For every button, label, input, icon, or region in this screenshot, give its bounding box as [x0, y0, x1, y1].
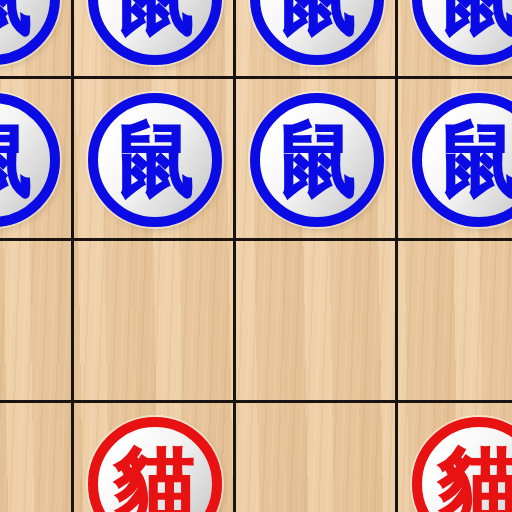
piece-glyph: 鼠 [277, 120, 357, 200]
board-cell-r2c1[interactable] [74, 241, 236, 403]
piece-glyph: 鼠 [439, 0, 512, 38]
piece-glyph: 鼠 [0, 0, 33, 38]
board-cell-r0c0[interactable]: 鼠 [0, 0, 74, 79]
board-cell-r3c1[interactable]: 貓 [74, 403, 236, 512]
board-cell-r0c1[interactable]: 鼠 [74, 0, 236, 79]
board-cell-r2c3[interactable] [398, 241, 512, 403]
piece-glyph: 鼠 [277, 0, 357, 38]
board-cell-r1c2[interactable]: 鼠 [236, 79, 398, 241]
mouse-piece[interactable]: 鼠 [88, 0, 222, 65]
mouse-piece[interactable]: 鼠 [0, 0, 60, 65]
cat-piece[interactable]: 貓 [412, 417, 512, 512]
mouse-piece[interactable]: 鼠 [88, 93, 222, 227]
board-cell-r0c3[interactable]: 鼠 [398, 0, 512, 79]
board-cell-r3c0[interactable] [0, 403, 74, 512]
mouse-piece[interactable]: 鼠 [0, 93, 60, 227]
piece-glyph: 鼠 [115, 0, 195, 38]
board-cell-r1c1[interactable]: 鼠 [74, 79, 236, 241]
board-cell-r2c2[interactable] [236, 241, 398, 403]
mouse-piece[interactable]: 鼠 [250, 93, 384, 227]
piece-glyph: 貓 [115, 444, 195, 512]
board-cell-r1c3[interactable]: 鼠 [398, 79, 512, 241]
board-cell-r2c0[interactable] [0, 241, 74, 403]
mouse-piece[interactable]: 鼠 [412, 0, 512, 65]
cat-piece[interactable]: 貓 [88, 417, 222, 512]
piece-glyph: 鼠 [439, 120, 512, 200]
mouse-piece[interactable]: 鼠 [250, 0, 384, 65]
board-cell-r3c2[interactable] [236, 403, 398, 512]
mouse-piece[interactable]: 鼠 [412, 93, 512, 227]
board-cell-r3c3[interactable]: 貓 [398, 403, 512, 512]
board-cell-r0c2[interactable]: 鼠 [236, 0, 398, 79]
piece-glyph: 鼠 [0, 120, 33, 200]
piece-glyph: 貓 [439, 444, 512, 512]
piece-glyph: 鼠 [115, 120, 195, 200]
game-board: 鼠鼠鼠鼠鼠鼠鼠鼠貓貓 [0, 0, 512, 512]
board-cell-r1c0[interactable]: 鼠 [0, 79, 74, 241]
